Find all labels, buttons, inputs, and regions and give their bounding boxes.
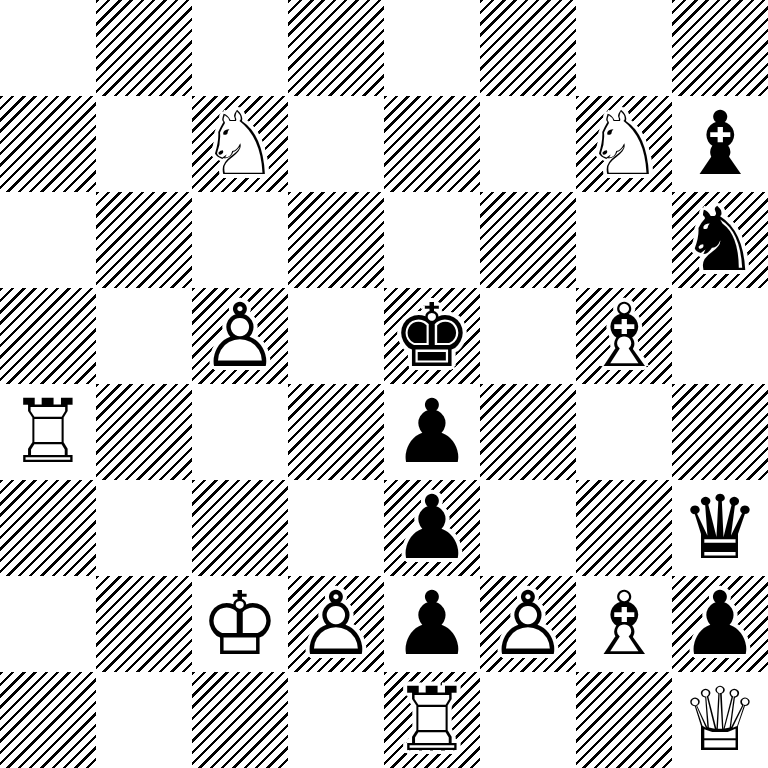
square-f3[interactable] bbox=[480, 480, 576, 576]
square-f6[interactable] bbox=[480, 192, 576, 288]
square-h6[interactable]: ♞♞ bbox=[672, 192, 768, 288]
square-g3[interactable] bbox=[576, 480, 672, 576]
square-g6[interactable] bbox=[576, 192, 672, 288]
piece-black-pawn[interactable]: ♟♟ bbox=[384, 480, 480, 576]
square-a2[interactable] bbox=[0, 576, 96, 672]
square-e3[interactable]: ♟♟ bbox=[384, 480, 480, 576]
square-b1[interactable] bbox=[96, 672, 192, 768]
piece-black-king[interactable]: ♚♚ bbox=[384, 288, 480, 384]
square-g8[interactable] bbox=[576, 0, 672, 96]
square-a3[interactable] bbox=[0, 480, 96, 576]
square-f7[interactable] bbox=[480, 96, 576, 192]
square-a4[interactable]: ♜♖ bbox=[0, 384, 96, 480]
white-rook-icon: ♖ bbox=[0, 384, 96, 480]
piece-white-bishop[interactable]: ♝♗ bbox=[576, 288, 672, 384]
square-e4[interactable]: ♟♟ bbox=[384, 384, 480, 480]
chess-board: ♞♘♞♘♝♝♞♞♟♙♚♚♝♗♜♖♟♟♟♟♛♛♚♔♟♙♟♟♟♙♝♗♟♟♜♖♛♕ bbox=[0, 0, 768, 768]
piece-white-rook[interactable]: ♜♖ bbox=[0, 384, 96, 480]
square-b7[interactable] bbox=[96, 96, 192, 192]
piece-black-pawn[interactable]: ♟♟ bbox=[672, 576, 768, 672]
square-h4[interactable] bbox=[672, 384, 768, 480]
square-b3[interactable] bbox=[96, 480, 192, 576]
piece-white-knight[interactable]: ♞♘ bbox=[192, 96, 288, 192]
piece-black-queen[interactable]: ♛♛ bbox=[672, 480, 768, 576]
black-bishop-icon: ♝ bbox=[672, 96, 768, 192]
black-pawn-icon: ♟ bbox=[384, 576, 480, 672]
piece-white-knight[interactable]: ♞♘ bbox=[576, 96, 672, 192]
black-pawn-icon: ♟ bbox=[384, 384, 480, 480]
square-c6[interactable] bbox=[192, 192, 288, 288]
piece-white-pawn[interactable]: ♟♙ bbox=[288, 576, 384, 672]
square-e5[interactable]: ♚♚ bbox=[384, 288, 480, 384]
piece-white-bishop[interactable]: ♝♗ bbox=[576, 576, 672, 672]
white-knight-icon: ♘ bbox=[192, 96, 288, 192]
piece-black-bishop[interactable]: ♝♝ bbox=[672, 96, 768, 192]
square-b4[interactable] bbox=[96, 384, 192, 480]
square-c3[interactable] bbox=[192, 480, 288, 576]
square-c8[interactable] bbox=[192, 0, 288, 96]
piece-black-pawn[interactable]: ♟♟ bbox=[384, 576, 480, 672]
white-knight-icon: ♘ bbox=[576, 96, 672, 192]
square-d3[interactable] bbox=[288, 480, 384, 576]
square-d6[interactable] bbox=[288, 192, 384, 288]
square-f1[interactable] bbox=[480, 672, 576, 768]
square-g1[interactable] bbox=[576, 672, 672, 768]
square-d7[interactable] bbox=[288, 96, 384, 192]
white-pawn-icon: ♙ bbox=[480, 576, 576, 672]
square-g5[interactable]: ♝♗ bbox=[576, 288, 672, 384]
black-knight-icon: ♞ bbox=[672, 192, 768, 288]
square-c2[interactable]: ♚♔ bbox=[192, 576, 288, 672]
black-pawn-icon: ♟ bbox=[672, 576, 768, 672]
square-c1[interactable] bbox=[192, 672, 288, 768]
piece-black-pawn[interactable]: ♟♟ bbox=[384, 384, 480, 480]
square-d5[interactable] bbox=[288, 288, 384, 384]
piece-white-king[interactable]: ♚♔ bbox=[192, 576, 288, 672]
square-a8[interactable] bbox=[0, 0, 96, 96]
square-f8[interactable] bbox=[480, 0, 576, 96]
square-f4[interactable] bbox=[480, 384, 576, 480]
square-a1[interactable] bbox=[0, 672, 96, 768]
square-e8[interactable] bbox=[384, 0, 480, 96]
square-a7[interactable] bbox=[0, 96, 96, 192]
square-h8[interactable] bbox=[672, 0, 768, 96]
square-b2[interactable] bbox=[96, 576, 192, 672]
square-f2[interactable]: ♟♙ bbox=[480, 576, 576, 672]
square-d2[interactable]: ♟♙ bbox=[288, 576, 384, 672]
square-g7[interactable]: ♞♘ bbox=[576, 96, 672, 192]
square-c5[interactable]: ♟♙ bbox=[192, 288, 288, 384]
square-g2[interactable]: ♝♗ bbox=[576, 576, 672, 672]
square-h3[interactable]: ♛♛ bbox=[672, 480, 768, 576]
square-f5[interactable] bbox=[480, 288, 576, 384]
square-g4[interactable] bbox=[576, 384, 672, 480]
piece-white-pawn[interactable]: ♟♙ bbox=[480, 576, 576, 672]
white-bishop-icon: ♗ bbox=[576, 288, 672, 384]
square-c7[interactable]: ♞♘ bbox=[192, 96, 288, 192]
square-e7[interactable] bbox=[384, 96, 480, 192]
square-a5[interactable] bbox=[0, 288, 96, 384]
piece-white-rook[interactable]: ♜♖ bbox=[384, 672, 480, 768]
square-e2[interactable]: ♟♟ bbox=[384, 576, 480, 672]
square-d4[interactable] bbox=[288, 384, 384, 480]
white-pawn-icon: ♙ bbox=[192, 288, 288, 384]
square-b5[interactable] bbox=[96, 288, 192, 384]
square-e1[interactable]: ♜♖ bbox=[384, 672, 480, 768]
black-king-icon: ♚ bbox=[384, 288, 480, 384]
white-king-icon: ♔ bbox=[192, 576, 288, 672]
white-queen-icon: ♕ bbox=[672, 672, 768, 768]
piece-white-queen[interactable]: ♛♕ bbox=[672, 672, 768, 768]
square-b8[interactable] bbox=[96, 0, 192, 96]
square-h1[interactable]: ♛♕ bbox=[672, 672, 768, 768]
square-d8[interactable] bbox=[288, 0, 384, 96]
white-pawn-icon: ♙ bbox=[288, 576, 384, 672]
white-bishop-icon: ♗ bbox=[576, 576, 672, 672]
square-d1[interactable] bbox=[288, 672, 384, 768]
square-h5[interactable] bbox=[672, 288, 768, 384]
square-a6[interactable] bbox=[0, 192, 96, 288]
white-rook-icon: ♖ bbox=[384, 672, 480, 768]
square-h7[interactable]: ♝♝ bbox=[672, 96, 768, 192]
piece-black-knight[interactable]: ♞♞ bbox=[672, 192, 768, 288]
square-c4[interactable] bbox=[192, 384, 288, 480]
black-queen-icon: ♛ bbox=[672, 480, 768, 576]
square-h2[interactable]: ♟♟ bbox=[672, 576, 768, 672]
square-b6[interactable] bbox=[96, 192, 192, 288]
black-pawn-icon: ♟ bbox=[384, 480, 480, 576]
piece-white-pawn[interactable]: ♟♙ bbox=[192, 288, 288, 384]
square-e6[interactable] bbox=[384, 192, 480, 288]
